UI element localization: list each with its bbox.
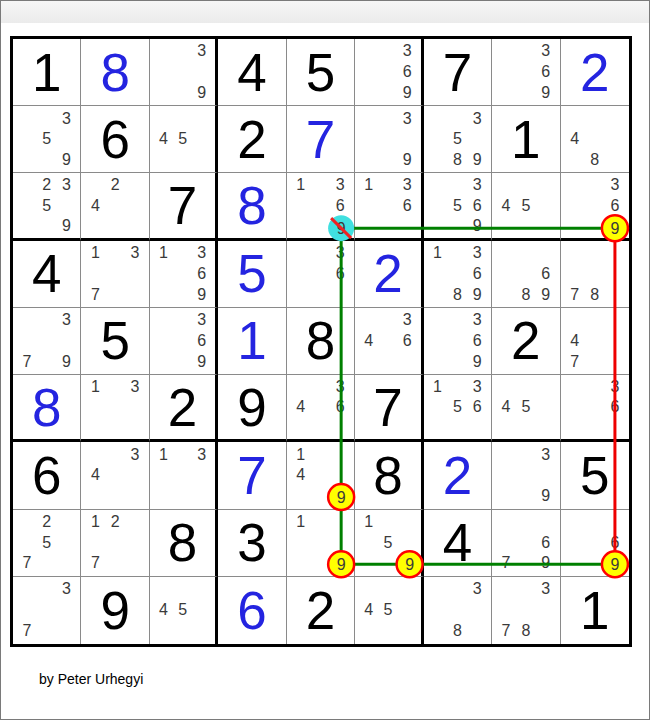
candidate-digit: 1 bbox=[85, 512, 105, 533]
candidate-digit: 3 bbox=[467, 310, 487, 331]
cell-r5c3[interactable]: 369 bbox=[150, 308, 218, 375]
cell-r4c5[interactable]: 36 bbox=[287, 241, 355, 308]
candidate-digit: 3 bbox=[605, 175, 625, 195]
cell-r9c8[interactable]: 378 bbox=[492, 577, 560, 644]
candidate-digit: 9 bbox=[467, 216, 487, 236]
candidate-grid: 3569 bbox=[424, 173, 491, 237]
candidate-digit: 7 bbox=[565, 351, 585, 372]
candidate-grid: 37 bbox=[13, 577, 80, 644]
candidate-digit: 6 bbox=[467, 331, 487, 352]
solved-digit: 7 bbox=[306, 113, 335, 166]
candidate-digit: 1 bbox=[359, 175, 378, 195]
candidate-digit: 4 bbox=[291, 465, 311, 486]
solved-digit: 8 bbox=[237, 179, 266, 232]
cell-r1c8[interactable]: 369 bbox=[492, 39, 560, 106]
app-window: 1839453697369235964527393589148235924781… bbox=[0, 0, 650, 720]
candidate-grid: 346 bbox=[355, 308, 420, 374]
candidate-digit: 9 bbox=[57, 150, 77, 171]
candidate-digit: 6 bbox=[467, 263, 487, 284]
candidate-grid: 679 bbox=[492, 510, 559, 576]
candidate-digit: 3 bbox=[57, 310, 77, 331]
candidate-digit: 6 bbox=[536, 263, 556, 284]
given-digit: 5 bbox=[100, 314, 129, 367]
given-digit: 7 bbox=[373, 381, 402, 434]
candidate-digit: 1 bbox=[85, 243, 105, 264]
candidate-digit: 4 bbox=[565, 331, 585, 352]
cell-r2c6[interactable]: 39 bbox=[355, 106, 423, 173]
cell-r8c9[interactable]: 69 bbox=[561, 510, 629, 577]
candidate-digit: 6 bbox=[467, 397, 487, 417]
cell-r5c7[interactable]: 369 bbox=[424, 308, 492, 375]
candidate-digit: 5 bbox=[173, 600, 192, 621]
cell-r4c7[interactable]: 13689 bbox=[424, 241, 492, 308]
given-digit: 1 bbox=[511, 113, 540, 166]
candidate-digit: 4 bbox=[359, 600, 378, 621]
cell-r3c6[interactable]: 136 bbox=[355, 173, 423, 240]
candidate-digit: 4 bbox=[496, 397, 516, 417]
cell-r9c2[interactable]: 9 bbox=[81, 577, 149, 644]
candidate-digit: 6 bbox=[330, 196, 350, 216]
candidate-grid: 136 bbox=[355, 173, 420, 237]
candidate-grid: 689 bbox=[492, 241, 559, 307]
candidate-grid: 47 bbox=[561, 308, 629, 374]
cell-r3c8[interactable]: 45 bbox=[492, 173, 560, 240]
candidate-digit: 3 bbox=[57, 108, 77, 129]
candidate-digit: 4 bbox=[359, 331, 378, 352]
candidate-digit: 3 bbox=[125, 377, 145, 397]
candidate-grid: 69 bbox=[561, 510, 629, 576]
cell-r8c5[interactable]: 19 bbox=[287, 510, 355, 577]
cell-r4c6[interactable]: 2 bbox=[355, 241, 423, 308]
candidate-digit: 8 bbox=[585, 284, 605, 305]
cell-r6c7[interactable]: 1356 bbox=[424, 375, 492, 442]
candidate-grid: 159 bbox=[355, 510, 420, 576]
cell-r2c7[interactable]: 3589 bbox=[424, 106, 492, 173]
cell-r7c8[interactable]: 39 bbox=[492, 442, 560, 509]
cell-r3c9[interactable]: 369 bbox=[561, 173, 629, 240]
candidate-digit: 3 bbox=[398, 310, 417, 331]
candidate-digit: 6 bbox=[605, 397, 625, 417]
candidate-digit: 3 bbox=[125, 444, 145, 465]
given-digit: 2 bbox=[306, 584, 335, 637]
candidate-grid: 38 bbox=[424, 577, 491, 644]
solved-digit: 8 bbox=[32, 381, 61, 434]
given-digit: 2 bbox=[237, 113, 266, 166]
cell-r1c2[interactable]: 8 bbox=[81, 39, 149, 106]
candidate-digit: 8 bbox=[516, 621, 536, 642]
candidate-digit: 3 bbox=[192, 310, 211, 331]
candidate-digit: 5 bbox=[378, 600, 397, 621]
candidate-digit: 3 bbox=[467, 108, 487, 129]
candidate-digit: 6 bbox=[398, 196, 417, 216]
candidate-grid: 369 bbox=[150, 308, 215, 374]
candidate-grid: 379 bbox=[13, 308, 80, 374]
solved-digit: 7 bbox=[237, 449, 266, 502]
cell-r7c5[interactable]: 149 bbox=[287, 442, 355, 509]
candidate-grid: 45 bbox=[492, 173, 559, 237]
candidate-digit: 4 bbox=[85, 465, 105, 486]
given-digit: 6 bbox=[100, 113, 129, 166]
candidate-digit: 6 bbox=[398, 331, 417, 352]
cell-r8c2[interactable]: 127 bbox=[81, 510, 149, 577]
given-digit: 1 bbox=[580, 584, 609, 637]
candidate-digit: 1 bbox=[291, 444, 311, 465]
given-digit: 8 bbox=[306, 314, 335, 367]
given-digit: 7 bbox=[168, 179, 197, 232]
cell-r8c4[interactable]: 3 bbox=[218, 510, 286, 577]
solved-digit: 6 bbox=[237, 584, 266, 637]
cell-r1c6[interactable]: 369 bbox=[355, 39, 423, 106]
candidate-digit: 9 bbox=[536, 82, 556, 103]
candidate-digit: 3 bbox=[398, 175, 417, 195]
candidate-grid: 48 bbox=[561, 106, 629, 172]
candidate-digit: 5 bbox=[173, 129, 192, 150]
candidate-digit: 3 bbox=[125, 243, 145, 264]
cell-r1c1[interactable]: 1 bbox=[13, 39, 81, 106]
candidate-grid: 359 bbox=[13, 106, 80, 172]
candidate-digit: 1 bbox=[154, 243, 173, 264]
candidate-grid: 13 bbox=[81, 375, 148, 439]
candidate-digit: 3 bbox=[192, 41, 211, 62]
given-digit: 9 bbox=[237, 381, 266, 434]
given-digit: 2 bbox=[168, 381, 197, 434]
cell-r5c1[interactable]: 379 bbox=[13, 308, 81, 375]
given-digit: 4 bbox=[237, 46, 266, 99]
candidate-grid: 257 bbox=[13, 510, 80, 576]
candidate-digit: 4 bbox=[291, 397, 311, 417]
candidate-digit: 3 bbox=[536, 579, 556, 600]
solved-digit: 1 bbox=[237, 314, 266, 367]
candidate-digit: 5 bbox=[516, 196, 536, 216]
candidate-digit: 9 bbox=[536, 486, 556, 507]
cell-r6c3[interactable]: 2 bbox=[150, 375, 218, 442]
cell-r3c1[interactable]: 2359 bbox=[13, 173, 81, 240]
candidate-grid: 34 bbox=[81, 442, 148, 508]
candidate-digit: 7 bbox=[17, 553, 37, 574]
candidate-grid: 346 bbox=[287, 375, 354, 439]
cell-r5c6[interactable]: 346 bbox=[355, 308, 423, 375]
cell-r6c6[interactable]: 7 bbox=[355, 375, 423, 442]
cell-r8c1[interactable]: 257 bbox=[13, 510, 81, 577]
given-digit: 9 bbox=[100, 584, 129, 637]
candidate-digit: 2 bbox=[105, 175, 125, 195]
candidate-digit: 6 bbox=[192, 331, 211, 352]
given-digit: 4 bbox=[443, 516, 472, 569]
solved-digit: 2 bbox=[373, 247, 402, 300]
cell-r1c3[interactable]: 39 bbox=[150, 39, 218, 106]
cell-r4c1[interactable]: 4 bbox=[13, 241, 81, 308]
candidate-digit: 7 bbox=[17, 351, 37, 372]
candidate-grid: 39 bbox=[492, 442, 559, 508]
candidate-digit: 3 bbox=[536, 444, 556, 465]
candidate-grid: 137 bbox=[81, 241, 148, 307]
candidate-digit: 3 bbox=[398, 108, 417, 129]
candidate-grid: 1369 bbox=[150, 241, 215, 307]
candidate-digit: 2 bbox=[105, 512, 125, 533]
candidate-digit: 3 bbox=[57, 579, 77, 600]
candidate-grid: 39 bbox=[355, 106, 420, 172]
candidate-digit: 9 bbox=[192, 351, 211, 372]
cell-r5c2[interactable]: 5 bbox=[81, 308, 149, 375]
cell-r6c1[interactable]: 8 bbox=[13, 375, 81, 442]
cell-r9c6[interactable]: 45 bbox=[355, 577, 423, 644]
cell-r7c1[interactable]: 6 bbox=[13, 442, 81, 509]
given-digit: 7 bbox=[443, 46, 472, 99]
candidate-digit: 9 bbox=[536, 553, 556, 574]
cell-r4c9[interactable]: 78 bbox=[561, 241, 629, 308]
candidate-grid: 2359 bbox=[13, 173, 80, 237]
cell-r5c8[interactable]: 2 bbox=[492, 308, 560, 375]
cell-r8c6[interactable]: 159 bbox=[355, 510, 423, 577]
candidate-digit: 9 bbox=[57, 216, 77, 236]
cell-r5c4[interactable]: 1 bbox=[218, 308, 286, 375]
given-digit: 2 bbox=[511, 314, 540, 367]
candidate-digit: 7 bbox=[565, 284, 585, 305]
candidate-digit: 3 bbox=[330, 243, 350, 264]
candidate-digit: 9 bbox=[330, 553, 350, 574]
candidate-digit: 1 bbox=[154, 444, 173, 465]
candidate-digit: 7 bbox=[496, 553, 516, 574]
candidate-grid: 45 bbox=[492, 375, 559, 439]
candidate-digit: 6 bbox=[605, 196, 625, 216]
candidate-digit: 3 bbox=[467, 175, 487, 195]
candidate-grid: 36 bbox=[561, 375, 629, 439]
cell-r7c3[interactable]: 13 bbox=[150, 442, 218, 509]
candidate-digit: 9 bbox=[467, 351, 487, 372]
candidate-grid: 378 bbox=[492, 577, 559, 644]
given-digit: 1 bbox=[32, 46, 61, 99]
cell-r2c2[interactable]: 6 bbox=[81, 106, 149, 173]
cell-r7c9[interactable]: 5 bbox=[561, 442, 629, 509]
cell-r7c6[interactable]: 8 bbox=[355, 442, 423, 509]
cell-r9c5[interactable]: 2 bbox=[287, 577, 355, 644]
cell-r6c5[interactable]: 346 bbox=[287, 375, 355, 442]
candidate-digit: 1 bbox=[291, 175, 311, 195]
solved-digit: 2 bbox=[580, 46, 609, 99]
candidate-digit: 8 bbox=[447, 284, 467, 305]
candidate-digit: 3 bbox=[192, 444, 211, 465]
candidate-digit: 3 bbox=[192, 243, 211, 264]
candidate-digit: 9 bbox=[192, 284, 211, 305]
candidate-grid: 19 bbox=[287, 510, 354, 576]
given-digit: 5 bbox=[580, 449, 609, 502]
candidate-digit: 1 bbox=[428, 377, 448, 397]
candidate-digit: 9 bbox=[467, 150, 487, 171]
cell-r6c8[interactable]: 45 bbox=[492, 375, 560, 442]
candidate-grid: 45 bbox=[150, 106, 215, 172]
sudoku-board: 1839453697369235964527393589148235924781… bbox=[10, 36, 632, 647]
candidate-digit: 1 bbox=[85, 377, 105, 397]
cell-r7c4[interactable]: 7 bbox=[218, 442, 286, 509]
solved-digit: 5 bbox=[237, 247, 266, 300]
candidate-digit: 5 bbox=[516, 397, 536, 417]
candidate-digit: 5 bbox=[447, 196, 467, 216]
candidate-digit: 9 bbox=[330, 486, 350, 507]
candidate-digit: 5 bbox=[447, 129, 467, 150]
cell-r2c9[interactable]: 48 bbox=[561, 106, 629, 173]
cell-r4c2[interactable]: 137 bbox=[81, 241, 149, 308]
given-digit: 8 bbox=[168, 516, 197, 569]
candidate-digit: 6 bbox=[536, 532, 556, 553]
candidate-digit: 9 bbox=[536, 284, 556, 305]
candidate-digit: 3 bbox=[605, 377, 625, 397]
candidate-grid: 36 bbox=[287, 241, 354, 307]
candidate-digit: 6 bbox=[467, 196, 487, 216]
cell-r5c9[interactable]: 47 bbox=[561, 308, 629, 375]
candidate-grid: 13 bbox=[150, 442, 215, 508]
candidate-digit: 7 bbox=[496, 621, 516, 642]
cell-r9c4[interactable]: 6 bbox=[218, 577, 286, 644]
candidate-grid: 369 bbox=[355, 39, 420, 105]
cell-r4c8[interactable]: 689 bbox=[492, 241, 560, 308]
candidate-grid: 24 bbox=[81, 173, 148, 237]
given-digit: 8 bbox=[373, 449, 402, 502]
candidate-digit: 4 bbox=[154, 129, 173, 150]
candidate-digit: 6 bbox=[536, 62, 556, 83]
candidate-digit: 6 bbox=[330, 263, 350, 284]
candidate-digit: 5 bbox=[37, 532, 57, 553]
candidate-digit: 3 bbox=[467, 377, 487, 397]
cell-r8c8[interactable]: 679 bbox=[492, 510, 560, 577]
toolbar-area bbox=[1, 1, 649, 23]
candidate-digit: 3 bbox=[467, 579, 487, 600]
candidate-digit: 4 bbox=[496, 196, 516, 216]
candidate-digit: 6 bbox=[192, 263, 211, 284]
cell-r5c5[interactable]: 8 bbox=[287, 308, 355, 375]
cell-r8c7[interactable]: 4 bbox=[424, 510, 492, 577]
solved-digit: 8 bbox=[100, 46, 129, 99]
given-digit: 3 bbox=[237, 516, 266, 569]
cell-r2c1[interactable]: 359 bbox=[13, 106, 81, 173]
candidate-grid: 127 bbox=[81, 510, 148, 576]
cell-r6c4[interactable]: 9 bbox=[218, 375, 286, 442]
candidate-grid: 1356 bbox=[424, 375, 491, 439]
candidate-grid: 13689 bbox=[424, 241, 491, 307]
cell-r7c2[interactable]: 34 bbox=[81, 442, 149, 509]
candidate-digit: 6 bbox=[398, 62, 417, 83]
candidate-digit: 6 bbox=[330, 397, 350, 417]
cell-r1c7[interactable]: 7 bbox=[424, 39, 492, 106]
author-caption: by Peter Urhegyi bbox=[39, 671, 143, 687]
cell-r3c5[interactable]: 1369 bbox=[287, 173, 355, 240]
cell-r7c7[interactable]: 2 bbox=[424, 442, 492, 509]
cell-r9c1[interactable]: 37 bbox=[13, 577, 81, 644]
candidate-digit: 8 bbox=[447, 621, 467, 642]
candidate-grid: 3589 bbox=[424, 106, 491, 172]
candidate-digit: 9 bbox=[398, 82, 417, 103]
candidate-digit: 9 bbox=[57, 351, 77, 372]
cell-r4c3[interactable]: 1369 bbox=[150, 241, 218, 308]
candidate-grid: 45 bbox=[150, 577, 215, 644]
cell-r1c5[interactable]: 5 bbox=[287, 39, 355, 106]
given-digit: 6 bbox=[32, 449, 61, 502]
solved-digit: 2 bbox=[443, 449, 472, 502]
cell-r6c9[interactable]: 36 bbox=[561, 375, 629, 442]
candidate-digit: 8 bbox=[585, 150, 605, 171]
cell-r9c9[interactable]: 1 bbox=[561, 577, 629, 644]
candidate-digit: 6 bbox=[605, 532, 625, 553]
cell-r3c3[interactable]: 7 bbox=[150, 173, 218, 240]
candidate-digit: 3 bbox=[398, 41, 417, 62]
cell-r9c3[interactable]: 45 bbox=[150, 577, 218, 644]
candidate-grid: 1369 bbox=[287, 173, 354, 237]
candidate-grid: 149 bbox=[287, 442, 354, 508]
candidate-grid: 39 bbox=[150, 39, 215, 105]
given-digit: 5 bbox=[306, 46, 335, 99]
candidate-digit: 1 bbox=[359, 512, 378, 533]
candidate-digit: 5 bbox=[378, 532, 397, 553]
candidate-digit: 3 bbox=[467, 243, 487, 264]
candidate-digit: 3 bbox=[330, 377, 350, 397]
candidate-grid: 45 bbox=[355, 577, 420, 644]
cell-r2c3[interactable]: 45 bbox=[150, 106, 218, 173]
candidate-digit: 5 bbox=[447, 397, 467, 417]
cell-r3c2[interactable]: 24 bbox=[81, 173, 149, 240]
candidate-digit: 8 bbox=[447, 150, 467, 171]
cell-r9c7[interactable]: 38 bbox=[424, 577, 492, 644]
candidate-digit: 7 bbox=[85, 553, 105, 574]
candidate-digit: 1 bbox=[291, 512, 311, 533]
candidate-grid: 369 bbox=[424, 308, 491, 374]
cell-r3c4[interactable]: 8 bbox=[218, 173, 286, 240]
candidate-digit: 9 bbox=[330, 216, 350, 236]
cell-r8c3[interactable]: 8 bbox=[150, 510, 218, 577]
cell-r4c4[interactable]: 5 bbox=[218, 241, 286, 308]
cell-r1c4[interactable]: 4 bbox=[218, 39, 286, 106]
cell-r1c9[interactable]: 2 bbox=[561, 39, 629, 106]
candidate-grid: 369 bbox=[561, 173, 629, 237]
candidate-digit: 2 bbox=[37, 175, 57, 195]
cell-r3c7[interactable]: 3569 bbox=[424, 173, 492, 240]
candidate-digit: 5 bbox=[37, 196, 57, 216]
cell-r6c2[interactable]: 13 bbox=[81, 375, 149, 442]
candidate-digit: 3 bbox=[330, 175, 350, 195]
cell-r2c4[interactable]: 2 bbox=[218, 106, 286, 173]
candidate-digit: 9 bbox=[192, 82, 211, 103]
candidate-digit: 9 bbox=[398, 150, 417, 171]
candidate-grid: 78 bbox=[561, 241, 629, 307]
candidate-digit: 4 bbox=[154, 600, 173, 621]
candidate-digit: 8 bbox=[516, 284, 536, 305]
candidate-digit: 4 bbox=[565, 129, 585, 150]
candidate-digit: 3 bbox=[536, 41, 556, 62]
cell-r2c8[interactable]: 1 bbox=[492, 106, 560, 173]
candidate-digit: 7 bbox=[85, 284, 105, 305]
candidate-digit: 9 bbox=[398, 553, 417, 574]
candidate-digit: 9 bbox=[467, 284, 487, 305]
cell-r2c5[interactable]: 7 bbox=[287, 106, 355, 173]
candidate-digit: 2 bbox=[37, 512, 57, 533]
candidate-grid: 369 bbox=[492, 39, 559, 105]
given-digit: 4 bbox=[32, 247, 61, 300]
candidate-digit: 3 bbox=[57, 175, 77, 195]
candidate-digit: 7 bbox=[17, 621, 37, 642]
candidate-digit: 9 bbox=[605, 553, 625, 574]
candidate-digit: 9 bbox=[605, 216, 625, 236]
candidate-digit: 4 bbox=[85, 196, 105, 216]
candidate-digit: 1 bbox=[428, 243, 448, 264]
candidate-digit: 5 bbox=[37, 129, 57, 150]
